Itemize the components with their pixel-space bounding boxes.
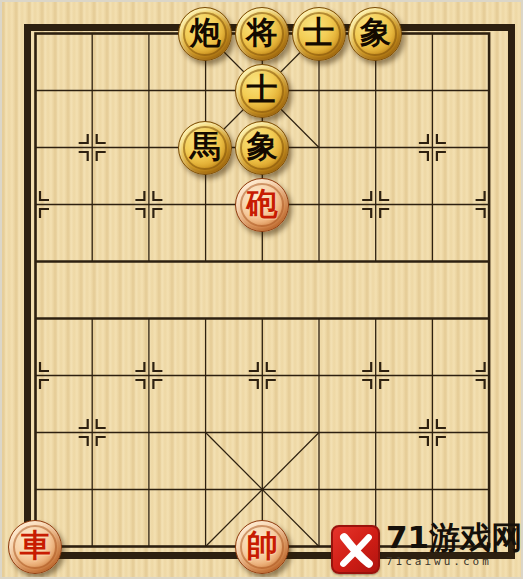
site-url: 71caiwu.com bbox=[386, 555, 522, 568]
piece-glyph: 士 bbox=[246, 74, 277, 105]
xiangqi-board[interactable]: 炮将士象士馬象砲車帥 bbox=[7, 5, 517, 575]
piece-glyph: 帥 bbox=[246, 530, 277, 561]
piece-glyph: 象 bbox=[246, 131, 277, 162]
piece-glyph: 将 bbox=[246, 17, 277, 48]
piece-glyph: 炮 bbox=[190, 17, 221, 48]
piece-glyph: 車 bbox=[20, 530, 51, 561]
piece-black-elephant[interactable]: 象 bbox=[348, 7, 402, 61]
piece-glyph: 砲 bbox=[246, 188, 277, 219]
piece-black-elephant[interactable]: 象 bbox=[235, 121, 289, 175]
piece-red-cannon[interactable]: 砲 bbox=[235, 178, 289, 232]
piece-glyph: 士 bbox=[303, 17, 334, 48]
piece-black-horse[interactable]: 馬 bbox=[178, 121, 232, 175]
logo-text: 71游戏网 71caiwu.com bbox=[386, 521, 522, 568]
site-name: 71游戏网 bbox=[386, 521, 522, 554]
piece-black-advisor[interactable]: 士 bbox=[292, 7, 346, 61]
logo-x-icon bbox=[331, 525, 380, 574]
piece-glyph: 象 bbox=[360, 17, 391, 48]
piece-black-advisor[interactable]: 士 bbox=[235, 64, 289, 118]
xiangqi-screen: 炮将士象士馬象砲車帥 71游戏网 71caiwu.com bbox=[0, 0, 523, 579]
piece-black-general[interactable]: 将 bbox=[235, 7, 289, 61]
piece-glyph: 馬 bbox=[190, 131, 221, 162]
piece-red-chariot[interactable]: 車 bbox=[8, 520, 62, 574]
site-watermark: 71游戏网 71caiwu.com bbox=[331, 521, 522, 574]
piece-red-general[interactable]: 帥 bbox=[235, 520, 289, 574]
piece-black-cannon[interactable]: 炮 bbox=[178, 7, 232, 61]
